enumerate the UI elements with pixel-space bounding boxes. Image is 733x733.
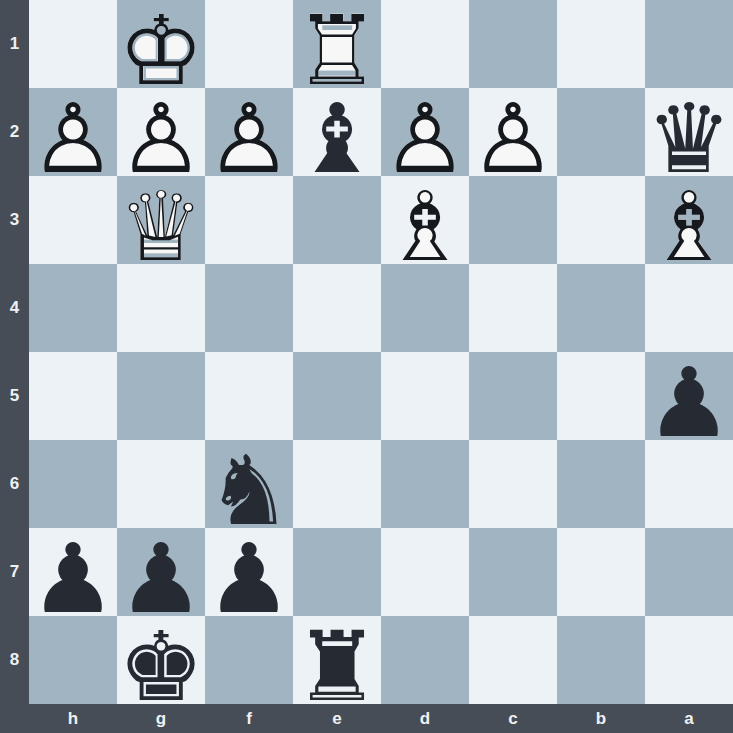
piece-outline-glyph: ♔ (117, 7, 205, 95)
square-c6[interactable] (469, 440, 557, 528)
square-e3[interactable] (293, 176, 381, 264)
square-f4[interactable] (205, 264, 293, 352)
square-d3[interactable]: ♝♗ (381, 176, 469, 264)
square-g2[interactable]: ♟♙ (117, 88, 205, 176)
square-b4[interactable] (557, 264, 645, 352)
square-a6[interactable] (645, 440, 733, 528)
square-d2[interactable]: ♟♙ (381, 88, 469, 176)
rank-label-1: 1 (0, 0, 29, 88)
square-g4[interactable] (117, 264, 205, 352)
square-c5[interactable] (469, 352, 557, 440)
square-d6[interactable] (381, 440, 469, 528)
piece-fill-glyph: ♛ (645, 95, 733, 183)
square-e2[interactable]: ♝ (293, 88, 381, 176)
file-label-c: c (469, 704, 557, 733)
piece-black-bishop[interactable]: ♝ (293, 88, 381, 176)
square-b6[interactable] (557, 440, 645, 528)
piece-outline-glyph: ♗ (645, 183, 733, 271)
square-a2[interactable]: ♛ (645, 88, 733, 176)
square-b5[interactable] (557, 352, 645, 440)
square-b3[interactable] (557, 176, 645, 264)
square-h4[interactable] (29, 264, 117, 352)
square-d8[interactable] (381, 616, 469, 704)
square-c1[interactable] (469, 0, 557, 88)
square-d7[interactable] (381, 528, 469, 616)
rank-label-6: 6 (0, 440, 29, 528)
piece-fill-glyph: ♝ (293, 95, 381, 183)
piece-outline-glyph: ♙ (469, 95, 557, 183)
piece-black-pawn[interactable]: ♟ (645, 352, 733, 440)
piece-black-queen[interactable]: ♛ (645, 88, 733, 176)
piece-black-pawn[interactable]: ♟ (205, 528, 293, 616)
square-d1[interactable] (381, 0, 469, 88)
square-e1[interactable]: ♜♖ (293, 0, 381, 88)
piece-fill-glyph: ♜ (293, 623, 381, 711)
file-label-f: f (205, 704, 293, 733)
piece-outline-glyph: ♙ (205, 95, 293, 183)
piece-black-pawn[interactable]: ♟ (117, 528, 205, 616)
square-h6[interactable] (29, 440, 117, 528)
square-h8[interactable] (29, 616, 117, 704)
piece-black-pawn[interactable]: ♟ (29, 528, 117, 616)
rank-label-5: 5 (0, 352, 29, 440)
piece-outline-glyph: ♙ (29, 95, 117, 183)
square-c2[interactable]: ♟♙ (469, 88, 557, 176)
square-c8[interactable] (469, 616, 557, 704)
file-label-h: h (29, 704, 117, 733)
square-d5[interactable] (381, 352, 469, 440)
square-f2[interactable]: ♟♙ (205, 88, 293, 176)
piece-fill-glyph: ♟ (117, 535, 205, 623)
square-c7[interactable] (469, 528, 557, 616)
piece-black-rook[interactable]: ♜ (293, 616, 381, 704)
square-b8[interactable] (557, 616, 645, 704)
file-label-b: b (557, 704, 645, 733)
square-g7[interactable]: ♟ (117, 528, 205, 616)
square-a5[interactable]: ♟ (645, 352, 733, 440)
piece-fill-glyph: ♟ (205, 535, 293, 623)
square-h1[interactable] (29, 0, 117, 88)
square-e8[interactable]: ♜ (293, 616, 381, 704)
piece-white-queen[interactable]: ♛♕ (117, 176, 205, 264)
piece-outline-glyph: ♗ (381, 183, 469, 271)
piece-outline-glyph: ♕ (117, 183, 205, 271)
rank-label-4: 4 (0, 264, 29, 352)
file-labels: hgfedcba (29, 704, 733, 733)
rank-label-7: 7 (0, 528, 29, 616)
rank-label-8: 8 (0, 616, 29, 704)
square-f5[interactable] (205, 352, 293, 440)
piece-outline-glyph: ♙ (117, 95, 205, 183)
square-a4[interactable] (645, 264, 733, 352)
file-label-d: d (381, 704, 469, 733)
square-h2[interactable]: ♟♙ (29, 88, 117, 176)
file-label-e: e (293, 704, 381, 733)
piece-white-bishop[interactable]: ♝♗ (381, 176, 469, 264)
square-h7[interactable]: ♟ (29, 528, 117, 616)
square-f1[interactable] (205, 0, 293, 88)
square-e7[interactable] (293, 528, 381, 616)
square-c3[interactable] (469, 176, 557, 264)
square-a8[interactable] (645, 616, 733, 704)
square-f7[interactable]: ♟ (205, 528, 293, 616)
rank-label-2: 2 (0, 88, 29, 176)
square-d4[interactable] (381, 264, 469, 352)
square-c4[interactable] (469, 264, 557, 352)
piece-white-rook[interactable]: ♜♖ (293, 0, 381, 88)
piece-outline-glyph: ♙ (381, 95, 469, 183)
square-f8[interactable] (205, 616, 293, 704)
piece-white-pawn[interactable]: ♟♙ (469, 88, 557, 176)
piece-black-king[interactable]: ♚ (117, 616, 205, 704)
square-a3[interactable]: ♝♗ (645, 176, 733, 264)
piece-fill-glyph: ♞ (205, 447, 293, 535)
piece-white-pawn[interactable]: ♟♙ (205, 88, 293, 176)
rank-labels: 12345678 (0, 0, 29, 704)
square-e4[interactable] (293, 264, 381, 352)
piece-white-pawn[interactable]: ♟♙ (381, 88, 469, 176)
piece-white-pawn[interactable]: ♟♙ (29, 88, 117, 176)
square-f6[interactable]: ♞ (205, 440, 293, 528)
piece-fill-glyph: ♟ (645, 359, 733, 447)
piece-white-king[interactable]: ♚♔ (117, 0, 205, 88)
chess-board-frame: 12345678 ♚♔♜♖♟♙♟♙♟♙♝♟♙♟♙♛♛♕♝♗♝♗♟♞♟♟♟♚♜ h… (0, 0, 733, 733)
file-label-g: g (117, 704, 205, 733)
square-g1[interactable]: ♚♔ (117, 0, 205, 88)
piece-outline-glyph: ♖ (293, 7, 381, 95)
square-g8[interactable]: ♚ (117, 616, 205, 704)
square-e6[interactable] (293, 440, 381, 528)
square-g5[interactable] (117, 352, 205, 440)
square-f3[interactable] (205, 176, 293, 264)
file-label-a: a (645, 704, 733, 733)
square-g6[interactable] (117, 440, 205, 528)
square-b1[interactable] (557, 0, 645, 88)
board[interactable]: ♚♔♜♖♟♙♟♙♟♙♝♟♙♟♙♛♛♕♝♗♝♗♟♞♟♟♟♚♜ (29, 0, 733, 704)
piece-white-pawn[interactable]: ♟♙ (117, 88, 205, 176)
piece-white-bishop[interactable]: ♝♗ (645, 176, 733, 264)
piece-fill-glyph: ♚ (117, 623, 205, 711)
piece-fill-glyph: ♟ (29, 535, 117, 623)
square-a7[interactable] (645, 528, 733, 616)
square-e5[interactable] (293, 352, 381, 440)
square-h5[interactable] (29, 352, 117, 440)
square-b7[interactable] (557, 528, 645, 616)
piece-black-knight[interactable]: ♞ (205, 440, 293, 528)
square-g3[interactable]: ♛♕ (117, 176, 205, 264)
square-h3[interactable] (29, 176, 117, 264)
square-a1[interactable] (645, 0, 733, 88)
rank-label-3: 3 (0, 176, 29, 264)
square-b2[interactable] (557, 88, 645, 176)
